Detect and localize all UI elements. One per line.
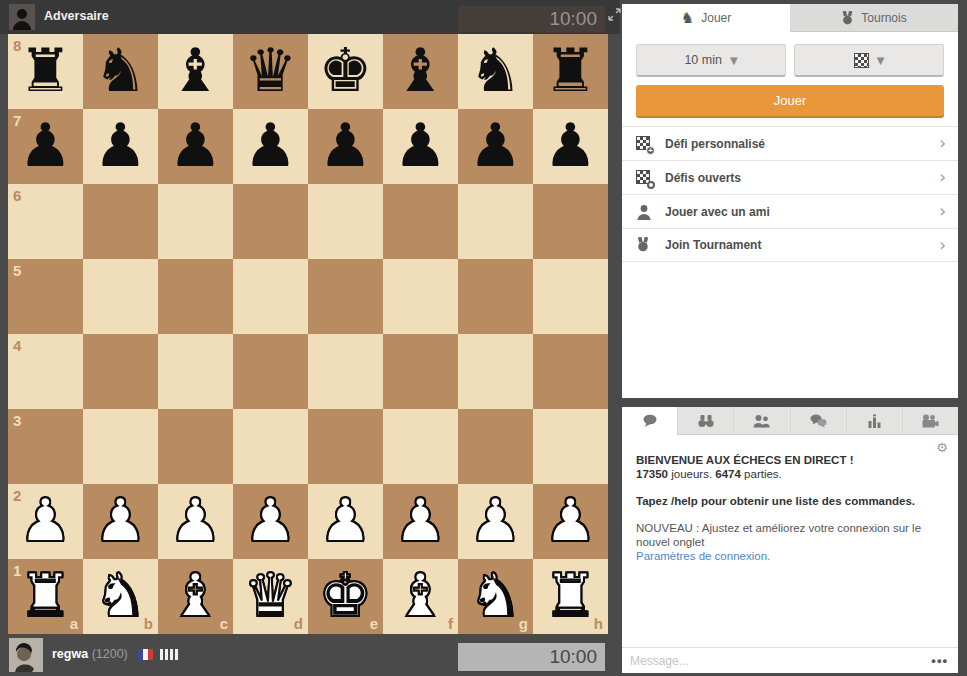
square-h6[interactable]	[533, 184, 608, 259]
square-h8[interactable]: ♜	[533, 34, 608, 109]
square-f1[interactable]: f♝	[383, 559, 458, 634]
square-e4[interactable]	[308, 334, 383, 409]
play-menu: + Défi personnalisé › Défis ouverts › Jo…	[622, 126, 958, 262]
file-label: g	[519, 615, 528, 632]
file-label: d	[294, 615, 303, 632]
file-label: f	[448, 615, 453, 632]
square-a3[interactable]: 3	[8, 409, 83, 484]
piece-black-queen[interactable]: ♛	[233, 34, 308, 109]
chevron-down-icon: ▼	[877, 55, 885, 66]
square-b8[interactable]: ♞	[83, 34, 158, 109]
piece-black-pawn[interactable]: ♟	[383, 109, 458, 184]
square-e2[interactable]: ♟	[308, 484, 383, 559]
piece-white-pawn[interactable]: ♟	[233, 484, 308, 559]
connection-bars-icon	[160, 649, 178, 660]
square-b2[interactable]: ♟	[83, 484, 158, 559]
square-f7[interactable]: ♟	[383, 109, 458, 184]
tab-friends[interactable]	[733, 407, 789, 435]
tab-tournois-label: Tournois	[861, 11, 906, 25]
chat-welcome-title: BIENVENUE AUX ÉCHECS EN DIRECT !	[636, 453, 940, 467]
play-button[interactable]: Jouer	[636, 85, 944, 118]
chess-board[interactable]: 8♜♞♝♛♚♝♞♜7♟♟♟♟♟♟♟♟65432♟♟♟♟♟♟♟♟1a♜b♞c♝d♛…	[8, 34, 608, 634]
chat-notice: NOUVEAU : Ajustez et améliorez votre con…	[636, 521, 940, 549]
opponent-name: Adversaire	[44, 9, 109, 23]
chat-tabs	[622, 407, 958, 435]
square-d6[interactable]	[233, 184, 308, 259]
person-icon	[636, 204, 654, 220]
square-d3[interactable]	[233, 409, 308, 484]
square-h3[interactable]	[533, 409, 608, 484]
medal-icon	[841, 11, 854, 25]
square-f8[interactable]: ♝	[383, 34, 458, 109]
square-a8[interactable]: 8♜	[8, 34, 83, 109]
resize-icon[interactable]	[608, 8, 621, 21]
square-c5[interactable]	[158, 259, 233, 334]
chevron-right-icon: ›	[939, 135, 946, 152]
menu-item-play-friend[interactable]: Jouer avec un ami ›	[622, 194, 958, 228]
piece-black-bishop[interactable]: ♝	[383, 34, 458, 109]
square-a6[interactable]: 6	[8, 184, 83, 259]
time-control-dropdown[interactable]: 10 min ▼	[636, 44, 786, 77]
menu-item-custom-challenge[interactable]: + Défi personnalisé ›	[622, 126, 958, 160]
square-e1[interactable]: e♚	[308, 559, 383, 634]
square-c8[interactable]: ♝	[158, 34, 233, 109]
square-g5[interactable]	[458, 259, 533, 334]
square-c3[interactable]	[158, 409, 233, 484]
square-e5[interactable]	[308, 259, 383, 334]
chat-stats-line: 17350 joueurs. 6474 parties.	[636, 467, 940, 481]
binoculars-icon	[697, 414, 715, 428]
square-d1[interactable]: d♛	[233, 559, 308, 634]
square-g7[interactable]: ♟	[458, 109, 533, 184]
square-f4[interactable]	[383, 334, 458, 409]
square-d5[interactable]	[233, 259, 308, 334]
square-g4[interactable]	[458, 334, 533, 409]
menu-item-open-challenges[interactable]: Défis ouverts ›	[622, 160, 958, 194]
stats-icon	[867, 414, 882, 428]
square-a5[interactable]: 5	[8, 259, 83, 334]
square-h7[interactable]: ♟	[533, 109, 608, 184]
square-c4[interactable]	[158, 334, 233, 409]
menu-item-label: Défi personnalisé	[665, 137, 939, 151]
chevron-right-icon: ›	[939, 169, 946, 186]
play-tabs: ♞ Jouer Tournois	[622, 4, 958, 32]
square-g6[interactable]	[458, 184, 533, 259]
opponent-bar: Adversaire 10:00	[0, 0, 620, 34]
piece-black-pawn[interactable]: ♟	[233, 109, 308, 184]
square-e7[interactable]: ♟	[308, 109, 383, 184]
square-h5[interactable]	[533, 259, 608, 334]
tab-tournois[interactable]: Tournois	[790, 4, 958, 32]
piece-black-pawn[interactable]: ♟	[158, 109, 233, 184]
file-label: c	[220, 615, 228, 632]
piece-black-pawn[interactable]: ♟	[458, 109, 533, 184]
piece-black-pawn[interactable]: ♟	[533, 109, 608, 184]
square-b6[interactable]	[83, 184, 158, 259]
piece-black-rook[interactable]: ♜	[533, 34, 608, 109]
player-clock: 10:00	[458, 643, 605, 671]
message-input[interactable]	[622, 654, 931, 668]
tab-observe[interactable]	[677, 407, 733, 435]
knight-icon: ♞	[681, 11, 694, 26]
play-panel: ♞ Jouer Tournois 10 min ▼ ▼ Jouer + Défi…	[622, 4, 958, 398]
tab-jouer-label: Jouer	[701, 11, 731, 25]
piece-black-pawn[interactable]: ♟	[308, 109, 383, 184]
square-a7[interactable]: 7♟	[8, 109, 83, 184]
square-b3[interactable]	[83, 409, 158, 484]
square-c1[interactable]: c♝	[158, 559, 233, 634]
square-a2[interactable]: 2♟	[8, 484, 83, 559]
square-f6[interactable]	[383, 184, 458, 259]
square-b5[interactable]	[83, 259, 158, 334]
square-e6[interactable]	[308, 184, 383, 259]
tab-jouer[interactable]: ♞ Jouer	[622, 4, 790, 32]
camera-icon	[921, 414, 939, 428]
player-name: regwa (1200)	[52, 647, 128, 661]
connection-settings-link[interactable]: Paramètres de connexion.	[636, 549, 940, 563]
rank-label: 8	[13, 37, 21, 54]
player-bar: regwa (1200) 10:00	[0, 634, 620, 676]
piece-white-bishop[interactable]: ♝	[383, 559, 458, 634]
player-avatar	[9, 638, 43, 672]
square-c6[interactable]	[158, 184, 233, 259]
square-h4[interactable]	[533, 334, 608, 409]
square-f3[interactable]	[383, 409, 458, 484]
menu-item-label: Jouer avec un ami	[665, 205, 939, 219]
square-d2[interactable]: ♟	[233, 484, 308, 559]
rank-label: 5	[13, 262, 21, 279]
square-c7[interactable]: ♟	[158, 109, 233, 184]
menu-item-label: Join Tournament	[665, 238, 939, 252]
board-circle-icon	[636, 170, 654, 186]
opponent-avatar	[9, 4, 35, 30]
square-e8[interactable]: ♚	[308, 34, 383, 109]
piece-white-pawn[interactable]: ♟	[458, 484, 533, 559]
menu-item-label: Défis ouverts	[665, 171, 939, 185]
message-bar: •••	[622, 647, 958, 673]
square-b4[interactable]	[83, 334, 158, 409]
checkerboard-icon	[854, 53, 869, 68]
opponent-clock: 10:00	[458, 6, 605, 32]
medal-icon	[636, 237, 654, 253]
rank-label: 3	[13, 412, 21, 429]
piece-white-pawn[interactable]: ♟	[158, 484, 233, 559]
file-label: a	[70, 615, 78, 632]
chat-panel: ⚙ BIENVENUE AUX ÉCHECS EN DIRECT ! 17350…	[622, 407, 958, 673]
square-g1[interactable]: g♞	[458, 559, 533, 634]
chevron-right-icon: ›	[939, 203, 946, 220]
time-control-value: 10 min	[684, 53, 722, 67]
piece-white-pawn[interactable]: ♟	[533, 484, 608, 559]
square-f5[interactable]	[383, 259, 458, 334]
piece-white-pawn[interactable]: ♟	[383, 484, 458, 559]
piece-white-pawn[interactable]: ♟	[308, 484, 383, 559]
square-e3[interactable]	[308, 409, 383, 484]
square-c2[interactable]: ♟	[158, 484, 233, 559]
chat-bubble-icon	[642, 414, 658, 428]
tab-chat[interactable]	[622, 407, 677, 435]
square-f2[interactable]: ♟	[383, 484, 458, 559]
rank-label: 6	[13, 187, 21, 204]
rank-label: 2	[13, 487, 21, 504]
france-flag-icon	[138, 649, 153, 660]
chevron-right-icon: ›	[939, 237, 946, 254]
square-g3[interactable]	[458, 409, 533, 484]
piece-black-king[interactable]: ♚	[308, 34, 383, 109]
file-label: b	[144, 615, 153, 632]
square-b1[interactable]: b♞	[83, 559, 158, 634]
square-d7[interactable]: ♟	[233, 109, 308, 184]
chat-options-dots[interactable]: •••	[931, 653, 958, 668]
square-h2[interactable]: ♟	[533, 484, 608, 559]
piece-black-knight[interactable]: ♞	[83, 34, 158, 109]
chevron-down-icon: ▼	[730, 55, 738, 66]
tab-videos[interactable]	[902, 407, 958, 435]
board-plus-icon: +	[636, 136, 654, 152]
piece-white-pawn[interactable]: ♟	[83, 484, 158, 559]
file-label: e	[370, 615, 378, 632]
rank-label: 1	[13, 562, 21, 579]
chat-messages: BIENVENUE AUX ÉCHECS EN DIRECT ! 17350 j…	[636, 453, 940, 563]
piece-black-pawn[interactable]: ♟	[83, 109, 158, 184]
square-d4[interactable]	[233, 334, 308, 409]
square-a4[interactable]: 4	[8, 334, 83, 409]
chat-help-line: Tapez /help pour obtenir une liste des c…	[636, 494, 940, 508]
file-label: h	[594, 615, 603, 632]
color-choice-dropdown[interactable]: ▼	[794, 44, 944, 77]
square-a1[interactable]: 1a♜	[8, 559, 83, 634]
people-icon	[753, 414, 770, 428]
square-d8[interactable]: ♛	[233, 34, 308, 109]
rank-label: 4	[13, 337, 21, 354]
chat-bubbles-icon	[810, 414, 827, 428]
square-g8[interactable]: ♞	[458, 34, 533, 109]
player-rating: (1200)	[92, 647, 128, 661]
tab-channels[interactable]	[790, 407, 846, 435]
tab-stats[interactable]	[846, 407, 902, 435]
menu-item-join-tournament[interactable]: Join Tournament ›	[622, 228, 958, 262]
rank-label: 7	[13, 112, 21, 129]
square-g2[interactable]: ♟	[458, 484, 533, 559]
square-b7[interactable]: ♟	[83, 109, 158, 184]
square-h1[interactable]: h♜	[533, 559, 608, 634]
piece-black-bishop[interactable]: ♝	[158, 34, 233, 109]
piece-black-knight[interactable]: ♞	[458, 34, 533, 109]
